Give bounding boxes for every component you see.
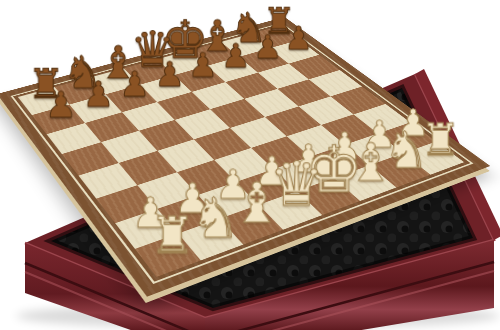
chess-set-product-photo: ♜♞♝♛♚♝♞♜♟♟♟♟♟♟♟♟♟♟♟♟♟♟♟♟♜♞♝♛♚♝♞♜ Wooden … xyxy=(0,0,500,330)
